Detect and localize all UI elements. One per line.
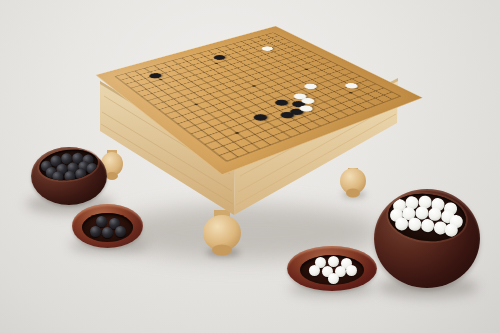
white-heap-stone — [408, 217, 422, 231]
white-heap-stone — [346, 265, 357, 276]
white-heap-stone — [309, 265, 320, 276]
white-heap-stone — [328, 273, 339, 284]
black-heap-stone — [115, 226, 126, 237]
black-heap-stone — [96, 216, 107, 227]
black-heap-stone — [52, 171, 64, 183]
black-stone-lid — [72, 204, 143, 248]
black-heap-stone — [86, 163, 98, 175]
black-heap-stone — [90, 226, 101, 237]
white-heap-stone — [421, 218, 435, 232]
black-stone-bowl — [31, 147, 107, 205]
white-bowl-opening — [386, 190, 468, 245]
white-stone-bowl — [374, 189, 480, 288]
white-heap-stone — [444, 223, 458, 237]
black-heap-stone — [75, 168, 87, 180]
board-sheen — [95, 26, 422, 175]
black-bowl-opening — [37, 147, 99, 184]
white-stone-lid — [287, 246, 377, 291]
black-lid-well — [82, 213, 133, 242]
white-lid-well — [300, 255, 364, 285]
go-scene-photo: ●●●●●●●●●●●●● — [0, 0, 500, 333]
black-heap-stone — [64, 170, 76, 182]
white-heap-stone — [395, 217, 409, 231]
go-board: ●●●●●●●●●●●●● — [95, 26, 422, 175]
white-heap-stone — [328, 256, 339, 267]
black-heap-stone — [102, 227, 113, 238]
